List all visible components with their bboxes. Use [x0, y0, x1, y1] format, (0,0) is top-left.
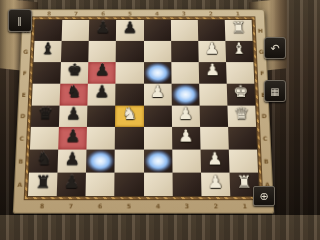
square-d8[interactable]: ♛	[31, 105, 60, 127]
square-h2[interactable]	[198, 20, 226, 41]
square-d3[interactable]: ♟	[171, 105, 199, 127]
square-e8[interactable]	[32, 83, 61, 105]
square-f7[interactable]: ♚	[60, 62, 88, 83]
coords-top-ranks: 87654321	[36, 10, 252, 16]
rank-label-bottom-6: 6	[85, 200, 114, 211]
black-pawn[interactable]: ♟	[58, 128, 87, 145]
rank-label-top-4: 4	[144, 10, 171, 16]
square-h8[interactable]	[34, 20, 62, 41]
rank-label-top-2: 2	[197, 10, 224, 16]
square-g5[interactable]	[116, 41, 143, 62]
square-f4[interactable]	[144, 62, 172, 83]
rank-label-bottom-4: 4	[144, 200, 173, 211]
square-a5[interactable]	[115, 173, 144, 196]
square-b1[interactable]	[229, 150, 258, 173]
black-pawn[interactable]: ♟	[88, 63, 116, 79]
menu-button[interactable]: ▦	[264, 80, 286, 102]
file-label-left-B: B	[16, 150, 26, 173]
square-e4[interactable]: ♟	[144, 83, 172, 105]
square-d1[interactable]: ♛	[227, 105, 256, 127]
square-d6[interactable]	[87, 105, 115, 127]
square-g7[interactable]	[61, 41, 89, 62]
square-a6[interactable]	[86, 173, 115, 196]
square-a7[interactable]: ♟	[57, 173, 86, 196]
square-b7[interactable]: ♟	[58, 150, 87, 173]
file-label-right-D: D	[259, 105, 269, 127]
square-e1[interactable]: ♚	[227, 83, 256, 105]
square-a3[interactable]	[172, 173, 201, 196]
file-label-left-E: E	[19, 83, 29, 105]
square-h7[interactable]	[62, 20, 90, 41]
square-a8[interactable]: ♜	[28, 173, 58, 196]
rank-label-top-1: 1	[224, 10, 251, 16]
square-b3[interactable]	[172, 150, 201, 173]
white-pawn[interactable]: ♟	[171, 106, 199, 122]
square-d7[interactable]: ♟	[59, 105, 88, 127]
black-knight[interactable]: ♞	[60, 84, 88, 100]
square-f8[interactable]	[33, 62, 61, 83]
square-g4[interactable]	[144, 41, 171, 62]
square-e7[interactable]: ♞	[60, 83, 88, 105]
square-c2[interactable]	[200, 127, 229, 150]
square-b5[interactable]	[115, 150, 144, 173]
square-e2[interactable]	[199, 83, 227, 105]
blue-highlight-e3	[171, 83, 199, 105]
rank-label-top-8: 8	[36, 10, 63, 16]
file-label-left-G: G	[21, 41, 31, 62]
file-label-right-C: C	[260, 127, 270, 150]
black-pawn[interactable]: ♟	[88, 84, 116, 100]
square-g3[interactable]	[171, 41, 199, 62]
rank-label-bottom-3: 3	[172, 200, 201, 211]
black-pawn[interactable]: ♟	[58, 151, 87, 168]
rank-label-top-3: 3	[170, 10, 197, 16]
square-c7[interactable]: ♟	[58, 127, 87, 150]
square-e6[interactable]: ♟	[88, 83, 116, 105]
white-pawn[interactable]: ♟	[198, 42, 226, 58]
white-pawn[interactable]: ♟	[200, 151, 229, 168]
square-c3[interactable]: ♟	[172, 127, 201, 150]
white-bishop[interactable]: ♝	[225, 42, 253, 58]
rank-label-top-7: 7	[63, 10, 90, 16]
square-c8[interactable]	[30, 127, 59, 150]
square-g6[interactable]	[89, 41, 117, 62]
blue-highlight-b6	[86, 150, 115, 173]
square-g8[interactable]: ♝	[34, 41, 62, 62]
blue-highlight-f4	[144, 62, 172, 83]
square-c4[interactable]	[144, 127, 172, 150]
square-d5[interactable]: ♞	[115, 105, 143, 127]
square-d4[interactable]	[144, 105, 172, 127]
coords-bottom-ranks: 87654321	[27, 200, 259, 211]
square-e5[interactable]	[116, 83, 144, 105]
square-h5[interactable]: ♟	[116, 20, 143, 41]
pause-button[interactable]: ‖	[8, 9, 32, 32]
black-pawn[interactable]: ♟	[57, 174, 86, 191]
square-c1[interactable]	[228, 127, 257, 150]
file-label-left-D: D	[18, 105, 28, 127]
rank-label-bottom-7: 7	[56, 200, 85, 211]
file-label-right-B: B	[261, 150, 271, 173]
blue-highlight-b4	[144, 150, 173, 173]
black-rook[interactable]: ♜	[28, 174, 57, 191]
black-pawn[interactable]: ♟	[89, 21, 116, 36]
black-king[interactable]: ♚	[61, 63, 89, 79]
pause-icon: ‖	[17, 16, 23, 26]
white-rook[interactable]: ♜	[225, 21, 253, 36]
zoom-icon: ⊕	[259, 190, 268, 203]
square-e3[interactable]	[171, 83, 199, 105]
square-h1[interactable]: ♜	[225, 20, 253, 41]
square-g1[interactable]: ♝	[225, 41, 253, 62]
white-pawn[interactable]: ♟	[198, 63, 226, 79]
square-b6[interactable]	[86, 150, 115, 173]
undo-button[interactable]: ↶	[264, 37, 286, 59]
white-pawn[interactable]: ♟	[201, 174, 230, 191]
file-label-left-C: C	[17, 127, 27, 150]
square-a4[interactable]	[144, 173, 173, 196]
board-frame: 87654321 87654321 HGFEDCBA HGFEDCBA ♟♟♜♝…	[13, 9, 274, 213]
black-queen[interactable]: ♛	[31, 106, 60, 122]
chess-board-3d: 87654321 87654321 HGFEDCBA HGFEDCBA ♟♟♜♝…	[13, 9, 274, 213]
rank-label-top-5: 5	[117, 10, 144, 16]
board-grid: ♟♟♜♝♟♝♚♟♟♞♟♟♚♛♟♞♟♛♟♟♞♟♟♜♟♟♜	[28, 20, 259, 196]
square-b2[interactable]: ♟	[200, 150, 229, 173]
square-h3[interactable]	[171, 20, 198, 41]
undo-icon: ↶	[270, 42, 279, 55]
file-label-left-F: F	[20, 62, 30, 83]
square-g2[interactable]: ♟	[198, 41, 226, 62]
square-h4[interactable]	[144, 20, 171, 41]
black-knight[interactable]: ♞	[29, 151, 58, 168]
rank-label-bottom-8: 8	[27, 200, 56, 211]
zoom-view-button[interactable]: ⊕	[253, 186, 275, 206]
square-a2[interactable]: ♟	[201, 173, 230, 196]
black-pawn[interactable]: ♟	[116, 21, 143, 36]
white-knight[interactable]: ♞	[115, 106, 143, 122]
chess-app-screen: { "app": {"name": "3D Chess"}, "game": "…	[0, 0, 287, 215]
black-pawn[interactable]: ♟	[59, 106, 87, 122]
square-f2[interactable]: ♟	[198, 62, 226, 83]
white-king[interactable]: ♚	[227, 84, 255, 100]
square-h6[interactable]: ♟	[89, 20, 116, 41]
square-f3[interactable]	[171, 62, 199, 83]
square-f1[interactable]	[226, 62, 254, 83]
square-b8[interactable]: ♞	[29, 150, 58, 173]
square-b4[interactable]	[144, 150, 173, 173]
board-menu-icon: ▦	[270, 86, 279, 97]
white-queen[interactable]: ♛	[227, 106, 256, 122]
rank-label-top-6: 6	[90, 10, 117, 16]
black-bishop[interactable]: ♝	[34, 42, 62, 58]
rank-label-bottom-5: 5	[114, 200, 143, 211]
white-pawn[interactable]: ♟	[144, 84, 172, 100]
rank-label-bottom-2: 2	[201, 200, 230, 211]
square-c6[interactable]	[87, 127, 116, 150]
square-f5[interactable]	[116, 62, 144, 83]
square-c5[interactable]	[115, 127, 143, 150]
square-f6[interactable]: ♟	[88, 62, 116, 83]
white-pawn[interactable]: ♟	[172, 128, 201, 145]
file-label-left-A: A	[15, 173, 25, 196]
square-d2[interactable]	[199, 105, 228, 127]
